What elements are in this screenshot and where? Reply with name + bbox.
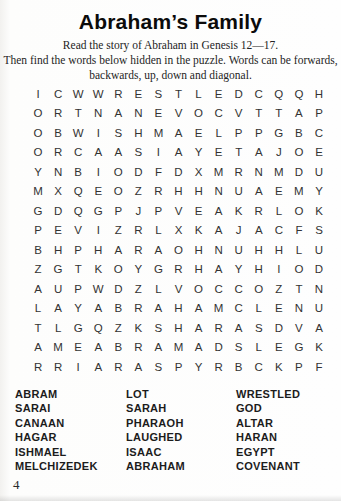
- grid-cell-r10c5: O: [108, 260, 128, 280]
- grid-cell-r1c9: L: [189, 84, 209, 104]
- grid-cell-r3c2: B: [48, 123, 68, 143]
- grid-cell-r3c15: C: [309, 123, 329, 143]
- word-list-item: COVENANT: [236, 459, 331, 473]
- grid-cell-r15c11: B: [229, 357, 249, 377]
- grid-cell-r5c1: Y: [28, 162, 48, 182]
- grid-cell-r9c11: U: [229, 240, 249, 260]
- grid-cell-r4c5: A: [108, 143, 128, 163]
- grid-cell-r13c3: G: [68, 318, 88, 338]
- grid-cell-r9c5: A: [108, 240, 128, 260]
- grid-cell-r2c15: P: [309, 104, 329, 124]
- grid-cell-r1c7: S: [148, 84, 168, 104]
- word-search-grid: ICWWRESTLEDCQQHORTNANEVOCVTTAPOBWISHMAEL…: [28, 84, 329, 377]
- grid-cell-r13c15: A: [309, 318, 329, 338]
- grid-cell-r4c1: O: [28, 143, 48, 163]
- grid-cell-r9c9: H: [189, 240, 209, 260]
- word-list: ABRAMSARAICANAANHAGARISHMAELMELCHIZEDEKL…: [15, 387, 331, 473]
- grid-cell-r4c8: A: [168, 143, 188, 163]
- grid-cell-r12c7: A: [148, 299, 168, 319]
- grid-cell-r7c8: V: [168, 201, 188, 221]
- grid-cell-r15c6: A: [128, 357, 148, 377]
- grid-cell-r2c2: R: [48, 104, 68, 124]
- grid-cell-r8c9: K: [189, 221, 209, 241]
- grid-cell-r14c13: E: [269, 338, 289, 358]
- grid-cell-r5c6: D: [128, 162, 148, 182]
- grid-cell-r3c4: I: [88, 123, 108, 143]
- grid-cell-r3c3: W: [68, 123, 88, 143]
- grid-cell-r2c14: A: [289, 104, 309, 124]
- grid-cell-r6c13: E: [269, 182, 289, 202]
- grid-cell-r6c10: N: [209, 182, 229, 202]
- grid-cell-r5c11: R: [229, 162, 249, 182]
- grid-cell-r11c1: A: [28, 279, 48, 299]
- grid-cell-r4c15: E: [309, 143, 329, 163]
- grid-cell-r13c13: D: [269, 318, 289, 338]
- grid-cell-r4c7: I: [148, 143, 168, 163]
- grid-cell-r7c13: L: [269, 201, 289, 221]
- grid-cell-r9c3: P: [68, 240, 88, 260]
- grid-cell-r2c10: C: [209, 104, 229, 124]
- instruction-line-1: Read the story of Abraham in Genesis 12—…: [0, 38, 341, 53]
- grid-cell-r15c12: C: [249, 357, 269, 377]
- grid-cell-r4c14: O: [289, 143, 309, 163]
- grid-cell-r4c4: A: [88, 143, 108, 163]
- grid-cell-r10c9: H: [189, 260, 209, 280]
- grid-cell-r2c1: O: [28, 104, 48, 124]
- grid-cell-r14c9: A: [189, 338, 209, 358]
- grid-cell-r15c9: Y: [189, 357, 209, 377]
- grid-cell-r4c12: A: [249, 143, 269, 163]
- word-list-item: SARAI: [15, 401, 126, 415]
- page-header: Abraham’s Family Read the story of Abrah…: [0, 10, 341, 83]
- grid-cell-r13c5: Z: [108, 318, 128, 338]
- grid-cell-r12c10: M: [209, 299, 229, 319]
- instruction-line-3: backwards, up, down and diagonal.: [0, 68, 341, 83]
- grid-cell-r7c10: A: [209, 201, 229, 221]
- grid-cell-r7c3: Q: [68, 201, 88, 221]
- grid-cell-r7c7: P: [148, 201, 168, 221]
- grid-cell-r8c3: V: [68, 221, 88, 241]
- grid-cell-r1c3: W: [68, 84, 88, 104]
- grid-cell-r8c12: A: [249, 221, 269, 241]
- grid-cell-r13c14: V: [289, 318, 309, 338]
- grid-cell-r9c7: A: [148, 240, 168, 260]
- grid-cell-r8c15: S: [309, 221, 329, 241]
- grid-cell-r11c14: T: [289, 279, 309, 299]
- grid-cell-r1c15: H: [309, 84, 329, 104]
- grid-cell-r2c4: N: [88, 104, 108, 124]
- grid-cell-r11c15: N: [309, 279, 329, 299]
- grid-cell-r11c12: O: [249, 279, 269, 299]
- grid-cell-r6c11: U: [229, 182, 249, 202]
- grid-cell-r2c8: V: [168, 104, 188, 124]
- grid-cell-r7c9: E: [189, 201, 209, 221]
- grid-cell-r14c8: M: [168, 338, 188, 358]
- grid-cell-r12c12: L: [249, 299, 269, 319]
- word-list-item: HAGAR: [15, 430, 126, 444]
- grid-cell-r14c10: D: [209, 338, 229, 358]
- word-list-item: ISHMAEL: [15, 445, 126, 459]
- grid-cell-r7c2: D: [48, 201, 68, 221]
- grid-cell-r9c4: H: [88, 240, 108, 260]
- word-list-item: PHARAOH: [126, 416, 236, 430]
- grid-cell-r2c7: E: [148, 104, 168, 124]
- grid-cell-r3c10: L: [209, 123, 229, 143]
- grid-cell-r6c1: M: [28, 182, 48, 202]
- grid-cell-r11c3: P: [68, 279, 88, 299]
- word-list-item: LAUGHED: [126, 430, 236, 444]
- grid-cell-r12c3: Y: [68, 299, 88, 319]
- grid-cell-r13c9: A: [189, 318, 209, 338]
- grid-cell-r11c2: U: [48, 279, 68, 299]
- grid-cell-r8c8: X: [168, 221, 188, 241]
- grid-cell-r2c13: T: [269, 104, 289, 124]
- grid-cell-r14c4: A: [88, 338, 108, 358]
- grid-cell-r12c11: C: [229, 299, 249, 319]
- grid-cell-r1c2: C: [48, 84, 68, 104]
- grid-cell-r11c9: O: [189, 279, 209, 299]
- grid-cell-r15c7: S: [148, 357, 168, 377]
- grid-cell-r4c3: C: [68, 143, 88, 163]
- grid-cell-r5c9: X: [189, 162, 209, 182]
- grid-cell-r10c4: K: [88, 260, 108, 280]
- grid-cell-r2c9: O: [189, 104, 209, 124]
- grid-cell-r5c7: F: [148, 162, 168, 182]
- grid-cell-r13c2: L: [48, 318, 68, 338]
- grid-cell-r13c10: R: [209, 318, 229, 338]
- grid-cell-r13c7: S: [148, 318, 168, 338]
- grid-cell-r8c14: F: [289, 221, 309, 241]
- grid-cell-r5c8: D: [168, 162, 188, 182]
- word-list-item: LOT: [126, 387, 236, 401]
- grid-cell-r4c11: T: [229, 143, 249, 163]
- grid-cell-r7c1: G: [28, 201, 48, 221]
- grid-cell-r6c8: H: [168, 182, 188, 202]
- grid-cell-r3c5: S: [108, 123, 128, 143]
- grid-cell-r9c8: O: [168, 240, 188, 260]
- grid-cell-r5c3: B: [68, 162, 88, 182]
- grid-cell-r8c5: Z: [108, 221, 128, 241]
- grid-cell-r9c2: H: [48, 240, 68, 260]
- grid-cell-r10c15: D: [309, 260, 329, 280]
- word-list-item: HARAN: [236, 430, 331, 444]
- grid-cell-r10c13: I: [269, 260, 289, 280]
- grid-cell-r14c15: K: [309, 338, 329, 358]
- grid-cell-r8c2: E: [48, 221, 68, 241]
- grid-cell-r1c6: E: [128, 84, 148, 104]
- grid-cell-r11c8: V: [168, 279, 188, 299]
- grid-cell-r12c15: U: [309, 299, 329, 319]
- grid-cell-r4c6: S: [128, 143, 148, 163]
- grid-cell-r3c7: M: [148, 123, 168, 143]
- grid-cell-r14c2: M: [48, 338, 68, 358]
- grid-cell-r5c2: N: [48, 162, 68, 182]
- grid-cell-r15c8: P: [168, 357, 188, 377]
- grid-cell-r13c1: T: [28, 318, 48, 338]
- grid-cell-r1c5: R: [108, 84, 128, 104]
- grid-cell-r6c15: Y: [309, 182, 329, 202]
- grid-cell-r5c13: M: [269, 162, 289, 182]
- grid-cell-r13c11: A: [229, 318, 249, 338]
- grid-cell-r11c5: D: [108, 279, 128, 299]
- grid-cell-r2c12: T: [249, 104, 269, 124]
- word-list-item: CANAAN: [15, 416, 126, 430]
- grid-cell-r8c13: C: [269, 221, 289, 241]
- grid-cell-r15c13: K: [269, 357, 289, 377]
- grid-cell-r11c13: Z: [269, 279, 289, 299]
- word-list-column: ABRAMSARAICANAANHAGARISHMAELMELCHIZEDEK: [15, 387, 126, 473]
- grid-cell-r4c13: J: [269, 143, 289, 163]
- grid-cell-r6c3: Q: [68, 182, 88, 202]
- word-list-item: ABRAM: [15, 387, 126, 401]
- grid-cell-r9c12: H: [249, 240, 269, 260]
- word-list-item: GOD: [236, 401, 331, 415]
- grid-cell-r15c15: F: [309, 357, 329, 377]
- grid-cell-r15c4: A: [88, 357, 108, 377]
- grid-cell-r15c14: P: [289, 357, 309, 377]
- grid-cell-r13c4: Q: [88, 318, 108, 338]
- grid-cell-r9c1: B: [28, 240, 48, 260]
- grid-cell-r11c6: Z: [128, 279, 148, 299]
- grid-cell-r11c11: C: [229, 279, 249, 299]
- grid-cell-r14c7: A: [148, 338, 168, 358]
- grid-cell-r12c9: A: [189, 299, 209, 319]
- instruction-line-2: Then find the words below hidden in the …: [0, 53, 341, 68]
- grid-cell-r8c1: P: [28, 221, 48, 241]
- grid-cell-r7c14: O: [289, 201, 309, 221]
- grid-cell-r5c4: I: [88, 162, 108, 182]
- grid-cell-r2c3: T: [68, 104, 88, 124]
- grid-cell-r7c12: R: [249, 201, 269, 221]
- grid-cell-r11c7: L: [148, 279, 168, 299]
- grid-cell-r15c3: I: [68, 357, 88, 377]
- grid-cell-r3c13: G: [269, 123, 289, 143]
- grid-cell-r5c14: D: [289, 162, 309, 182]
- grid-cell-r7c5: P: [108, 201, 128, 221]
- grid-cell-r4c2: R: [48, 143, 68, 163]
- page-number: 4: [13, 477, 20, 493]
- grid-cell-r13c12: S: [249, 318, 269, 338]
- grid-cell-r1c11: D: [229, 84, 249, 104]
- grid-cell-r8c6: R: [128, 221, 148, 241]
- grid-cell-r3c6: H: [128, 123, 148, 143]
- grid-cell-r13c8: H: [168, 318, 188, 338]
- grid-cell-r10c11: Y: [229, 260, 249, 280]
- word-list-item: MELCHIZEDEK: [15, 459, 126, 473]
- grid-cell-r2c5: A: [108, 104, 128, 124]
- grid-cell-r12c2: A: [48, 299, 68, 319]
- grid-cell-r10c12: H: [249, 260, 269, 280]
- grid-cell-r3c9: E: [189, 123, 209, 143]
- grid-cell-r11c4: W: [88, 279, 108, 299]
- grid-cell-r6c6: Z: [128, 182, 148, 202]
- grid-cell-r8c7: L: [148, 221, 168, 241]
- grid-cell-r14c3: E: [68, 338, 88, 358]
- grid-cell-r1c1: I: [28, 84, 48, 104]
- grid-cell-r14c11: S: [229, 338, 249, 358]
- grid-cell-r10c7: G: [148, 260, 168, 280]
- grid-cell-r8c10: A: [209, 221, 229, 241]
- grid-cell-r7c6: J: [128, 201, 148, 221]
- grid-cell-r8c4: I: [88, 221, 108, 241]
- grid-cell-r1c12: C: [249, 84, 269, 104]
- grid-cell-r6c14: M: [289, 182, 309, 202]
- grid-cell-r1c4: W: [88, 84, 108, 104]
- grid-cell-r2c6: N: [128, 104, 148, 124]
- grid-cell-r10c6: Y: [128, 260, 148, 280]
- grid-cell-r12c8: H: [168, 299, 188, 319]
- grid-cell-r6c7: R: [148, 182, 168, 202]
- grid-cell-r7c4: G: [88, 201, 108, 221]
- grid-cell-r8c11: J: [229, 221, 249, 241]
- grid-cell-r14c6: R: [128, 338, 148, 358]
- grid-cell-r14c1: A: [28, 338, 48, 358]
- grid-cell-r4c10: E: [209, 143, 229, 163]
- grid-cell-r3c11: P: [229, 123, 249, 143]
- word-list-item: ALTAR: [236, 416, 331, 430]
- grid-cell-r15c10: R: [209, 357, 229, 377]
- word-list-item: WRESTLED: [236, 387, 331, 401]
- grid-cell-r10c3: T: [68, 260, 88, 280]
- word-list-item: SARAH: [126, 401, 236, 415]
- grid-cell-r5c10: M: [209, 162, 229, 182]
- grid-cell-r1c14: Q: [289, 84, 309, 104]
- grid-cell-r14c14: G: [289, 338, 309, 358]
- grid-cell-r10c10: A: [209, 260, 229, 280]
- grid-cell-r5c5: O: [108, 162, 128, 182]
- grid-cell-r15c5: R: [108, 357, 128, 377]
- grid-cell-r7c11: K: [229, 201, 249, 221]
- grid-cell-r10c2: G: [48, 260, 68, 280]
- grid-cell-r6c9: H: [189, 182, 209, 202]
- grid-cell-r9c13: H: [269, 240, 289, 260]
- puzzle-page: Abraham’s Family Read the story of Abrah…: [0, 0, 341, 501]
- grid-cell-r3c8: A: [168, 123, 188, 143]
- grid-cell-r3c12: P: [249, 123, 269, 143]
- grid-cell-r12c14: N: [289, 299, 309, 319]
- grid-cell-r4c9: Y: [189, 143, 209, 163]
- grid-cell-r11c10: C: [209, 279, 229, 299]
- word-list-item: ISAAC: [126, 445, 236, 459]
- grid-cell-r5c12: N: [249, 162, 269, 182]
- word-list-column: WRESTLEDGODALTARHARANEGYPTCOVENANT: [236, 387, 331, 473]
- grid-cell-r1c13: Q: [269, 84, 289, 104]
- grid-cell-r15c1: R: [28, 357, 48, 377]
- grid-cell-r12c13: E: [269, 299, 289, 319]
- grid-cell-r9c15: U: [309, 240, 329, 260]
- instructions: Read the story of Abraham in Genesis 12—…: [0, 38, 341, 83]
- grid-cell-r9c6: R: [128, 240, 148, 260]
- word-list-item: ABRAHAM: [126, 459, 236, 473]
- grid-cell-r13c6: K: [128, 318, 148, 338]
- grid-cell-r6c4: E: [88, 182, 108, 202]
- grid-cell-r6c5: O: [108, 182, 128, 202]
- grid-cell-r12c6: R: [128, 299, 148, 319]
- grid-cell-r10c8: R: [168, 260, 188, 280]
- page-title: Abraham’s Family: [0, 10, 341, 34]
- grid-cell-r1c8: T: [168, 84, 188, 104]
- grid-cell-r5c15: U: [309, 162, 329, 182]
- grid-cell-r15c2: R: [48, 357, 68, 377]
- grid-cell-r10c1: Z: [28, 260, 48, 280]
- grid-cell-r2c11: V: [229, 104, 249, 124]
- grid-cell-r9c10: N: [209, 240, 229, 260]
- grid-cell-r1c10: E: [209, 84, 229, 104]
- grid-cell-r12c1: L: [28, 299, 48, 319]
- grid-cell-r14c5: B: [108, 338, 128, 358]
- grid-cell-r3c14: B: [289, 123, 309, 143]
- grid-cell-r6c2: X: [48, 182, 68, 202]
- grid-cell-r10c14: O: [289, 260, 309, 280]
- word-list-column: LOTSARAHPHARAOHLAUGHEDISAACABRAHAM: [126, 387, 236, 473]
- grid-cell-r9c14: L: [289, 240, 309, 260]
- word-list-item: EGYPT: [236, 445, 331, 459]
- grid-cell-r12c5: B: [108, 299, 128, 319]
- grid-cell-r14c12: L: [249, 338, 269, 358]
- grid-cell-r12c4: A: [88, 299, 108, 319]
- grid-cell-r7c15: K: [309, 201, 329, 221]
- grid-cell-r6c12: A: [249, 182, 269, 202]
- grid-cell-r3c1: O: [28, 123, 48, 143]
